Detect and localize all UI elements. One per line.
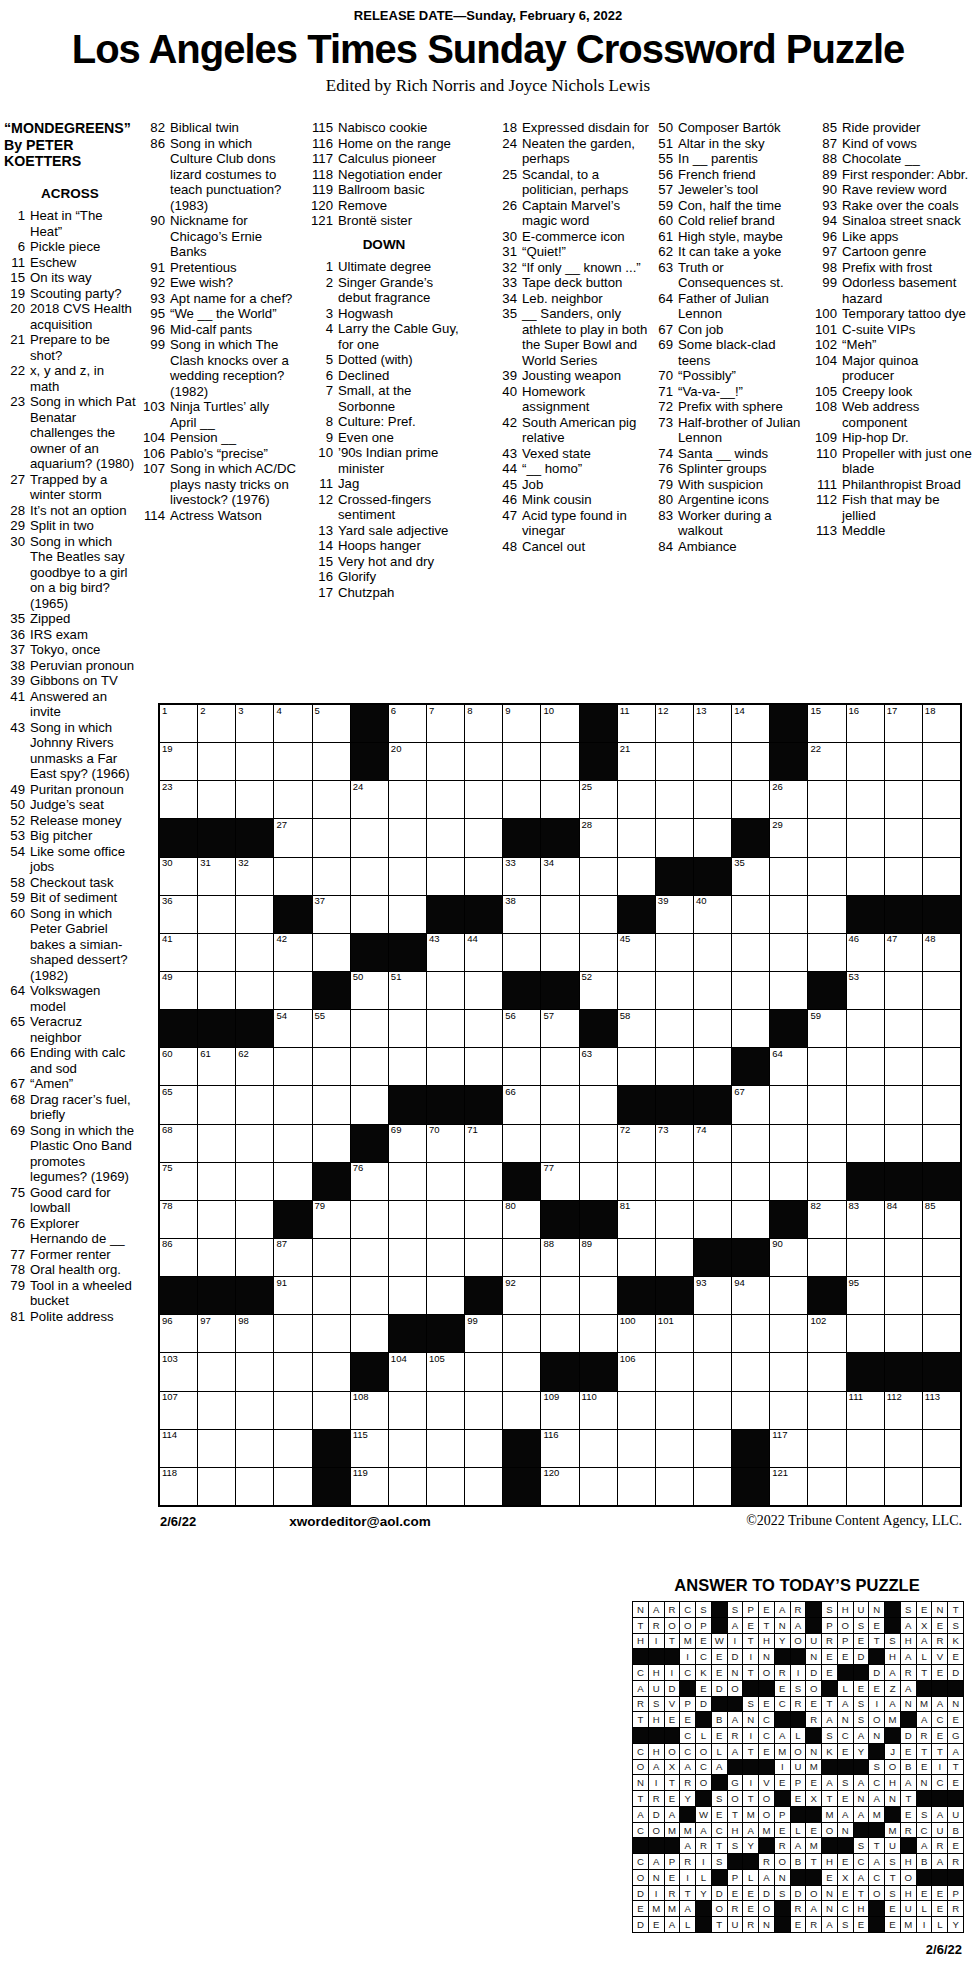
grid-cell-r20c18[interactable] — [808, 1430, 845, 1467]
grid-cell-r16c5[interactable] — [313, 1277, 350, 1314]
grid-cell-r10c9[interactable] — [465, 1048, 502, 1085]
grid-cell-r17c12[interactable] — [580, 1315, 617, 1352]
grid-cell-r19c7[interactable] — [389, 1392, 426, 1429]
grid-cell-r16c19[interactable]: 95 — [847, 1277, 884, 1314]
grid-cell-r13c9[interactable] — [465, 1163, 502, 1200]
grid-cell-r19c4[interactable] — [274, 1392, 311, 1429]
grid-cell-r2c19[interactable] — [847, 743, 884, 780]
grid-cell-r9c16[interactable] — [732, 1010, 769, 1047]
grid-cell-r19c17[interactable] — [770, 1392, 807, 1429]
grid-cell-r19c16[interactable] — [732, 1392, 769, 1429]
grid-cell-r3c15[interactable] — [694, 781, 731, 818]
grid-cell-r2c16[interactable] — [732, 743, 769, 780]
grid-cell-r2c5[interactable] — [313, 743, 350, 780]
grid-cell-r5c5[interactable] — [313, 858, 350, 895]
grid-cell-r18c15[interactable] — [694, 1353, 731, 1390]
grid-cell-r19c13[interactable] — [618, 1392, 655, 1429]
grid-cell-r14c13[interactable]: 81 — [618, 1201, 655, 1238]
grid-cell-r1c4[interactable]: 4 — [274, 705, 311, 742]
grid-cell-r6c6[interactable] — [351, 896, 388, 933]
grid-cell-r10c5[interactable] — [313, 1048, 350, 1085]
grid-cell-r2c13[interactable]: 21 — [618, 743, 655, 780]
grid-cell-r18c7[interactable]: 104 — [389, 1353, 426, 1390]
grid-cell-r17c1[interactable]: 96 — [160, 1315, 197, 1352]
grid-cell-r5c16[interactable]: 35 — [732, 858, 769, 895]
grid-cell-r19c12[interactable]: 110 — [580, 1392, 617, 1429]
grid-cell-r3c7[interactable] — [389, 781, 426, 818]
grid-cell-r7c10[interactable] — [503, 934, 540, 971]
grid-cell-r19c18[interactable] — [808, 1392, 845, 1429]
grid-cell-r10c12[interactable]: 63 — [580, 1048, 617, 1085]
grid-cell-r8c13[interactable] — [618, 972, 655, 1009]
grid-cell-r15c14[interactable] — [656, 1239, 693, 1276]
grid-cell-r16c20[interactable] — [885, 1277, 922, 1314]
grid-cell-r13c4[interactable] — [274, 1163, 311, 1200]
grid-cell-r17c4[interactable] — [274, 1315, 311, 1352]
grid-cell-r21c12[interactable] — [580, 1468, 617, 1505]
grid-cell-r8c16[interactable] — [732, 972, 769, 1009]
grid-cell-r14c5[interactable]: 79 — [313, 1201, 350, 1238]
grid-cell-r3c20[interactable] — [885, 781, 922, 818]
grid-cell-r20c3[interactable] — [236, 1430, 273, 1467]
grid-cell-r3c14[interactable] — [656, 781, 693, 818]
grid-cell-r15c21[interactable] — [923, 1239, 960, 1276]
grid-cell-r10c10[interactable] — [503, 1048, 540, 1085]
grid-cell-r19c21[interactable]: 113 — [923, 1392, 960, 1429]
grid-cell-r17c11[interactable] — [541, 1315, 578, 1352]
grid-cell-r9c14[interactable] — [656, 1010, 693, 1047]
grid-cell-r1c15[interactable]: 13 — [694, 705, 731, 742]
grid-cell-r14c7[interactable] — [389, 1201, 426, 1238]
grid-cell-r17c19[interactable] — [847, 1315, 884, 1352]
grid-cell-r11c11[interactable] — [541, 1086, 578, 1123]
grid-cell-r1c11[interactable]: 10 — [541, 705, 578, 742]
grid-cell-r13c11[interactable]: 77 — [541, 1163, 578, 1200]
grid-cell-r20c14[interactable] — [656, 1430, 693, 1467]
grid-cell-r13c18[interactable] — [808, 1163, 845, 1200]
grid-cell-r21c17[interactable]: 121 — [770, 1468, 807, 1505]
grid-cell-r17c15[interactable] — [694, 1315, 731, 1352]
grid-cell-r20c7[interactable] — [389, 1430, 426, 1467]
grid-cell-r18c5[interactable] — [313, 1353, 350, 1390]
grid-cell-r21c9[interactable] — [465, 1468, 502, 1505]
grid-cell-r16c7[interactable] — [389, 1277, 426, 1314]
grid-cell-r12c4[interactable] — [274, 1125, 311, 1162]
grid-cell-r9c8[interactable] — [427, 1010, 464, 1047]
grid-cell-r4c20[interactable] — [885, 819, 922, 856]
grid-cell-r21c8[interactable] — [427, 1468, 464, 1505]
grid-cell-r1c21[interactable]: 18 — [923, 705, 960, 742]
grid-cell-r14c19[interactable]: 83 — [847, 1201, 884, 1238]
grid-cell-r15c6[interactable] — [351, 1239, 388, 1276]
grid-cell-r3c4[interactable] — [274, 781, 311, 818]
grid-cell-r3c6[interactable]: 24 — [351, 781, 388, 818]
grid-cell-r4c8[interactable] — [427, 819, 464, 856]
grid-cell-r1c1[interactable]: 1 — [160, 705, 197, 742]
grid-cell-r12c17[interactable] — [770, 1125, 807, 1162]
grid-cell-r11c1[interactable]: 65 — [160, 1086, 197, 1123]
grid-cell-r17c21[interactable] — [923, 1315, 960, 1352]
grid-cell-r21c3[interactable] — [236, 1468, 273, 1505]
grid-cell-r10c18[interactable] — [808, 1048, 845, 1085]
grid-cell-r17c20[interactable] — [885, 1315, 922, 1352]
grid-cell-r3c10[interactable] — [503, 781, 540, 818]
grid-cell-r5c2[interactable]: 31 — [198, 858, 235, 895]
grid-cell-r5c1[interactable]: 30 — [160, 858, 197, 895]
grid-cell-r17c2[interactable]: 97 — [198, 1315, 235, 1352]
grid-cell-r17c14[interactable]: 101 — [656, 1315, 693, 1352]
grid-cell-r3c3[interactable] — [236, 781, 273, 818]
grid-cell-r15c19[interactable] — [847, 1239, 884, 1276]
grid-cell-r2c15[interactable] — [694, 743, 731, 780]
grid-cell-r21c20[interactable] — [885, 1468, 922, 1505]
grid-cell-r6c7[interactable] — [389, 896, 426, 933]
grid-cell-r10c4[interactable] — [274, 1048, 311, 1085]
grid-cell-r13c7[interactable] — [389, 1163, 426, 1200]
grid-cell-r18c17[interactable] — [770, 1353, 807, 1390]
grid-cell-r2c18[interactable]: 22 — [808, 743, 845, 780]
grid-cell-r10c19[interactable] — [847, 1048, 884, 1085]
grid-cell-r9c5[interactable]: 55 — [313, 1010, 350, 1047]
grid-cell-r9c18[interactable]: 59 — [808, 1010, 845, 1047]
grid-cell-r5c17[interactable] — [770, 858, 807, 895]
grid-cell-r21c4[interactable] — [274, 1468, 311, 1505]
grid-cell-r20c21[interactable] — [923, 1430, 960, 1467]
grid-cell-r7c20[interactable]: 47 — [885, 934, 922, 971]
grid-cell-r4c15[interactable] — [694, 819, 731, 856]
grid-cell-r15c12[interactable]: 89 — [580, 1239, 617, 1276]
grid-cell-r19c15[interactable] — [694, 1392, 731, 1429]
grid-cell-r19c1[interactable]: 107 — [160, 1392, 197, 1429]
grid-cell-r19c10[interactable] — [503, 1392, 540, 1429]
grid-cell-r1c20[interactable]: 17 — [885, 705, 922, 742]
grid-cell-r11c17[interactable] — [770, 1086, 807, 1123]
grid-cell-r9c11[interactable]: 57 — [541, 1010, 578, 1047]
grid-cell-r12c12[interactable] — [580, 1125, 617, 1162]
grid-cell-r5c10[interactable]: 33 — [503, 858, 540, 895]
grid-cell-r5c11[interactable]: 34 — [541, 858, 578, 895]
grid-cell-r2c3[interactable] — [236, 743, 273, 780]
grid-cell-r16c6[interactable] — [351, 1277, 388, 1314]
grid-cell-r18c18[interactable] — [808, 1353, 845, 1390]
grid-cell-r15c18[interactable] — [808, 1239, 845, 1276]
grid-cell-r3c16[interactable] — [732, 781, 769, 818]
grid-cell-r9c6[interactable] — [351, 1010, 388, 1047]
grid-cell-r10c11[interactable] — [541, 1048, 578, 1085]
grid-cell-r6c10[interactable]: 38 — [503, 896, 540, 933]
grid-cell-r5c8[interactable] — [427, 858, 464, 895]
grid-cell-r15c9[interactable] — [465, 1239, 502, 1276]
grid-cell-r11c10[interactable]: 66 — [503, 1086, 540, 1123]
grid-cell-r6c12[interactable] — [580, 896, 617, 933]
grid-cell-r15c7[interactable] — [389, 1239, 426, 1276]
grid-cell-r7c2[interactable] — [198, 934, 235, 971]
grid-cell-r17c6[interactable] — [351, 1315, 388, 1352]
grid-cell-r15c17[interactable]: 90 — [770, 1239, 807, 1276]
grid-cell-r14c21[interactable]: 85 — [923, 1201, 960, 1238]
grid-cell-r1c2[interactable]: 2 — [198, 705, 235, 742]
grid-cell-r8c3[interactable] — [236, 972, 273, 1009]
grid-cell-r3c9[interactable] — [465, 781, 502, 818]
grid-cell-r7c11[interactable] — [541, 934, 578, 971]
grid-cell-r18c3[interactable] — [236, 1353, 273, 1390]
grid-cell-r18c8[interactable]: 105 — [427, 1353, 464, 1390]
grid-cell-r8c9[interactable] — [465, 972, 502, 1009]
grid-cell-r9c21[interactable] — [923, 1010, 960, 1047]
grid-cell-r15c8[interactable] — [427, 1239, 464, 1276]
grid-cell-r1c7[interactable]: 6 — [389, 705, 426, 742]
grid-cell-r18c1[interactable]: 103 — [160, 1353, 197, 1390]
grid-cell-r19c5[interactable] — [313, 1392, 350, 1429]
grid-cell-r18c10[interactable] — [503, 1353, 540, 1390]
grid-cell-r15c11[interactable]: 88 — [541, 1239, 578, 1276]
grid-cell-r3c2[interactable] — [198, 781, 235, 818]
grid-cell-r4c9[interactable] — [465, 819, 502, 856]
grid-cell-r14c1[interactable]: 78 — [160, 1201, 197, 1238]
grid-cell-r12c2[interactable] — [198, 1125, 235, 1162]
grid-cell-r12c5[interactable] — [313, 1125, 350, 1162]
grid-cell-r20c12[interactable] — [580, 1430, 617, 1467]
grid-cell-r1c14[interactable]: 12 — [656, 705, 693, 742]
grid-cell-r5c7[interactable] — [389, 858, 426, 895]
grid-cell-r20c8[interactable] — [427, 1430, 464, 1467]
grid-cell-r6c1[interactable]: 36 — [160, 896, 197, 933]
grid-cell-r5c9[interactable] — [465, 858, 502, 895]
grid-cell-r3c18[interactable] — [808, 781, 845, 818]
grid-cell-r11c16[interactable]: 67 — [732, 1086, 769, 1123]
grid-cell-r1c9[interactable]: 8 — [465, 705, 502, 742]
grid-cell-r19c2[interactable] — [198, 1392, 235, 1429]
grid-cell-r8c19[interactable]: 53 — [847, 972, 884, 1009]
grid-cell-r13c14[interactable] — [656, 1163, 693, 1200]
grid-cell-r8c20[interactable] — [885, 972, 922, 1009]
grid-cell-r7c16[interactable] — [732, 934, 769, 971]
grid-cell-r16c21[interactable] — [923, 1277, 960, 1314]
grid-cell-r14c3[interactable] — [236, 1201, 273, 1238]
grid-cell-r14c10[interactable]: 80 — [503, 1201, 540, 1238]
grid-cell-r7c15[interactable] — [694, 934, 731, 971]
grid-cell-r11c6[interactable] — [351, 1086, 388, 1123]
grid-cell-r18c2[interactable] — [198, 1353, 235, 1390]
grid-cell-r7c9[interactable]: 44 — [465, 934, 502, 971]
grid-cell-r8c14[interactable] — [656, 972, 693, 1009]
grid-cell-r5c21[interactable] — [923, 858, 960, 895]
grid-cell-r1c3[interactable]: 3 — [236, 705, 273, 742]
grid-cell-r3c13[interactable] — [618, 781, 655, 818]
grid-cell-r9c15[interactable] — [694, 1010, 731, 1047]
grid-cell-r8c2[interactable] — [198, 972, 235, 1009]
grid-cell-r2c20[interactable] — [885, 743, 922, 780]
grid-cell-r2c2[interactable] — [198, 743, 235, 780]
grid-cell-r8c8[interactable] — [427, 972, 464, 1009]
grid-cell-r17c3[interactable]: 98 — [236, 1315, 273, 1352]
grid-cell-r2c10[interactable] — [503, 743, 540, 780]
grid-cell-r16c17[interactable] — [770, 1277, 807, 1314]
grid-cell-r19c8[interactable] — [427, 1392, 464, 1429]
grid-cell-r20c20[interactable] — [885, 1430, 922, 1467]
grid-cell-r20c1[interactable]: 114 — [160, 1430, 197, 1467]
grid-cell-r11c12[interactable] — [580, 1086, 617, 1123]
grid-cell-r12c19[interactable] — [847, 1125, 884, 1162]
grid-cell-r12c10[interactable] — [503, 1125, 540, 1162]
grid-cell-r9c20[interactable] — [885, 1010, 922, 1047]
grid-cell-r1c10[interactable]: 9 — [503, 705, 540, 742]
grid-cell-r13c1[interactable]: 75 — [160, 1163, 197, 1200]
grid-cell-r5c4[interactable] — [274, 858, 311, 895]
grid-cell-r1c19[interactable]: 16 — [847, 705, 884, 742]
grid-cell-r7c13[interactable]: 45 — [618, 934, 655, 971]
grid-cell-r10c20[interactable] — [885, 1048, 922, 1085]
grid-cell-r5c18[interactable] — [808, 858, 845, 895]
grid-cell-r13c8[interactable] — [427, 1163, 464, 1200]
grid-cell-r8c17[interactable] — [770, 972, 807, 1009]
grid-cell-r4c12[interactable]: 28 — [580, 819, 617, 856]
grid-cell-r7c4[interactable]: 42 — [274, 934, 311, 971]
grid-cell-r2c21[interactable] — [923, 743, 960, 780]
grid-cell-r7c21[interactable]: 48 — [923, 934, 960, 971]
grid-cell-r14c6[interactable] — [351, 1201, 388, 1238]
grid-cell-r6c14[interactable]: 39 — [656, 896, 693, 933]
grid-cell-r6c16[interactable] — [732, 896, 769, 933]
grid-cell-r10c7[interactable] — [389, 1048, 426, 1085]
grid-cell-r17c18[interactable]: 102 — [808, 1315, 845, 1352]
grid-cell-r12c11[interactable] — [541, 1125, 578, 1162]
grid-cell-r16c10[interactable]: 92 — [503, 1277, 540, 1314]
grid-cell-r12c7[interactable]: 69 — [389, 1125, 426, 1162]
grid-cell-r10c8[interactable] — [427, 1048, 464, 1085]
grid-cell-r4c7[interactable] — [389, 819, 426, 856]
grid-cell-r5c13[interactable] — [618, 858, 655, 895]
grid-cell-r15c1[interactable]: 86 — [160, 1239, 197, 1276]
grid-cell-r19c19[interactable]: 111 — [847, 1392, 884, 1429]
grid-cell-r12c21[interactable] — [923, 1125, 960, 1162]
grid-cell-r14c14[interactable] — [656, 1201, 693, 1238]
grid-cell-r14c15[interactable] — [694, 1201, 731, 1238]
grid-cell-r13c16[interactable] — [732, 1163, 769, 1200]
grid-cell-r12c3[interactable] — [236, 1125, 273, 1162]
grid-cell-r8c15[interactable] — [694, 972, 731, 1009]
grid-cell-r14c18[interactable]: 82 — [808, 1201, 845, 1238]
grid-cell-r6c15[interactable]: 40 — [694, 896, 731, 933]
grid-cell-r6c5[interactable]: 37 — [313, 896, 350, 933]
grid-cell-r4c13[interactable] — [618, 819, 655, 856]
grid-cell-r3c5[interactable] — [313, 781, 350, 818]
grid-cell-r17c5[interactable] — [313, 1315, 350, 1352]
grid-cell-r9c4[interactable]: 54 — [274, 1010, 311, 1047]
grid-cell-r13c2[interactable] — [198, 1163, 235, 1200]
grid-cell-r13c17[interactable] — [770, 1163, 807, 1200]
grid-cell-r17c17[interactable] — [770, 1315, 807, 1352]
grid-cell-r7c3[interactable] — [236, 934, 273, 971]
grid-cell-r18c16[interactable] — [732, 1353, 769, 1390]
grid-cell-r4c19[interactable] — [847, 819, 884, 856]
grid-cell-r21c7[interactable] — [389, 1468, 426, 1505]
grid-cell-r20c2[interactable] — [198, 1430, 235, 1467]
grid-cell-r7c1[interactable]: 41 — [160, 934, 197, 971]
grid-cell-r7c8[interactable]: 43 — [427, 934, 464, 971]
grid-cell-r7c5[interactable] — [313, 934, 350, 971]
grid-cell-r20c11[interactable]: 116 — [541, 1430, 578, 1467]
grid-cell-r11c21[interactable] — [923, 1086, 960, 1123]
grid-cell-r20c17[interactable]: 117 — [770, 1430, 807, 1467]
grid-cell-r1c18[interactable]: 15 — [808, 705, 845, 742]
grid-cell-r21c2[interactable] — [198, 1468, 235, 1505]
grid-cell-r7c12[interactable] — [580, 934, 617, 971]
grid-cell-r9c7[interactable] — [389, 1010, 426, 1047]
grid-cell-r10c21[interactable] — [923, 1048, 960, 1085]
grid-cell-r6c18[interactable] — [808, 896, 845, 933]
grid-cell-r10c2[interactable]: 61 — [198, 1048, 235, 1085]
grid-cell-r7c17[interactable] — [770, 934, 807, 971]
grid-cell-r10c3[interactable]: 62 — [236, 1048, 273, 1085]
grid-cell-r9c10[interactable]: 56 — [503, 1010, 540, 1047]
grid-cell-r7c19[interactable]: 46 — [847, 934, 884, 971]
grid-cell-r2c4[interactable] — [274, 743, 311, 780]
grid-cell-r14c16[interactable] — [732, 1201, 769, 1238]
grid-cell-r9c13[interactable]: 58 — [618, 1010, 655, 1047]
grid-cell-r3c17[interactable]: 26 — [770, 781, 807, 818]
grid-cell-r6c17[interactable] — [770, 896, 807, 933]
grid-cell-r6c3[interactable] — [236, 896, 273, 933]
grid-cell-r14c20[interactable]: 84 — [885, 1201, 922, 1238]
grid-cell-r1c8[interactable]: 7 — [427, 705, 464, 742]
grid-cell-r20c15[interactable] — [694, 1430, 731, 1467]
grid-cell-r18c14[interactable] — [656, 1353, 693, 1390]
grid-cell-r6c2[interactable] — [198, 896, 235, 933]
grid-cell-r17c13[interactable]: 100 — [618, 1315, 655, 1352]
grid-cell-r7c14[interactable] — [656, 934, 693, 971]
grid-cell-r7c18[interactable] — [808, 934, 845, 971]
grid-cell-r11c5[interactable] — [313, 1086, 350, 1123]
grid-cell-r15c2[interactable] — [198, 1239, 235, 1276]
grid-cell-r9c19[interactable] — [847, 1010, 884, 1047]
grid-cell-r4c18[interactable] — [808, 819, 845, 856]
grid-cell-r3c12[interactable]: 25 — [580, 781, 617, 818]
grid-cell-r18c9[interactable] — [465, 1353, 502, 1390]
grid-cell-r3c1[interactable]: 23 — [160, 781, 197, 818]
grid-cell-r10c17[interactable]: 64 — [770, 1048, 807, 1085]
grid-cell-r13c12[interactable] — [580, 1163, 617, 1200]
grid-cell-r8c1[interactable]: 49 — [160, 972, 197, 1009]
grid-cell-r21c15[interactable] — [694, 1468, 731, 1505]
grid-cell-r1c5[interactable]: 5 — [313, 705, 350, 742]
grid-cell-r20c4[interactable] — [274, 1430, 311, 1467]
grid-cell-r20c13[interactable] — [618, 1430, 655, 1467]
grid-cell-r18c4[interactable] — [274, 1353, 311, 1390]
grid-cell-r2c14[interactable] — [656, 743, 693, 780]
grid-cell-r4c5[interactable] — [313, 819, 350, 856]
grid-cell-r5c12[interactable] — [580, 858, 617, 895]
grid-cell-r21c14[interactable] — [656, 1468, 693, 1505]
grid-cell-r21c6[interactable]: 119 — [351, 1468, 388, 1505]
grid-cell-r19c9[interactable] — [465, 1392, 502, 1429]
grid-cell-r3c11[interactable] — [541, 781, 578, 818]
grid-cell-r10c13[interactable] — [618, 1048, 655, 1085]
grid-cell-r2c8[interactable] — [427, 743, 464, 780]
grid-cell-r21c18[interactable] — [808, 1468, 845, 1505]
grid-cell-r14c9[interactable] — [465, 1201, 502, 1238]
grid-cell-r14c2[interactable] — [198, 1201, 235, 1238]
grid-cell-r20c19[interactable] — [847, 1430, 884, 1467]
grid-cell-r8c21[interactable] — [923, 972, 960, 1009]
grid-cell-r11c2[interactable] — [198, 1086, 235, 1123]
grid-cell-r17c10[interactable] — [503, 1315, 540, 1352]
grid-cell-r2c1[interactable]: 19 — [160, 743, 197, 780]
grid-cell-r19c20[interactable]: 112 — [885, 1392, 922, 1429]
grid-cell-r11c3[interactable] — [236, 1086, 273, 1123]
grid-cell-r3c21[interactable] — [923, 781, 960, 818]
grid-cell-r15c20[interactable] — [885, 1239, 922, 1276]
